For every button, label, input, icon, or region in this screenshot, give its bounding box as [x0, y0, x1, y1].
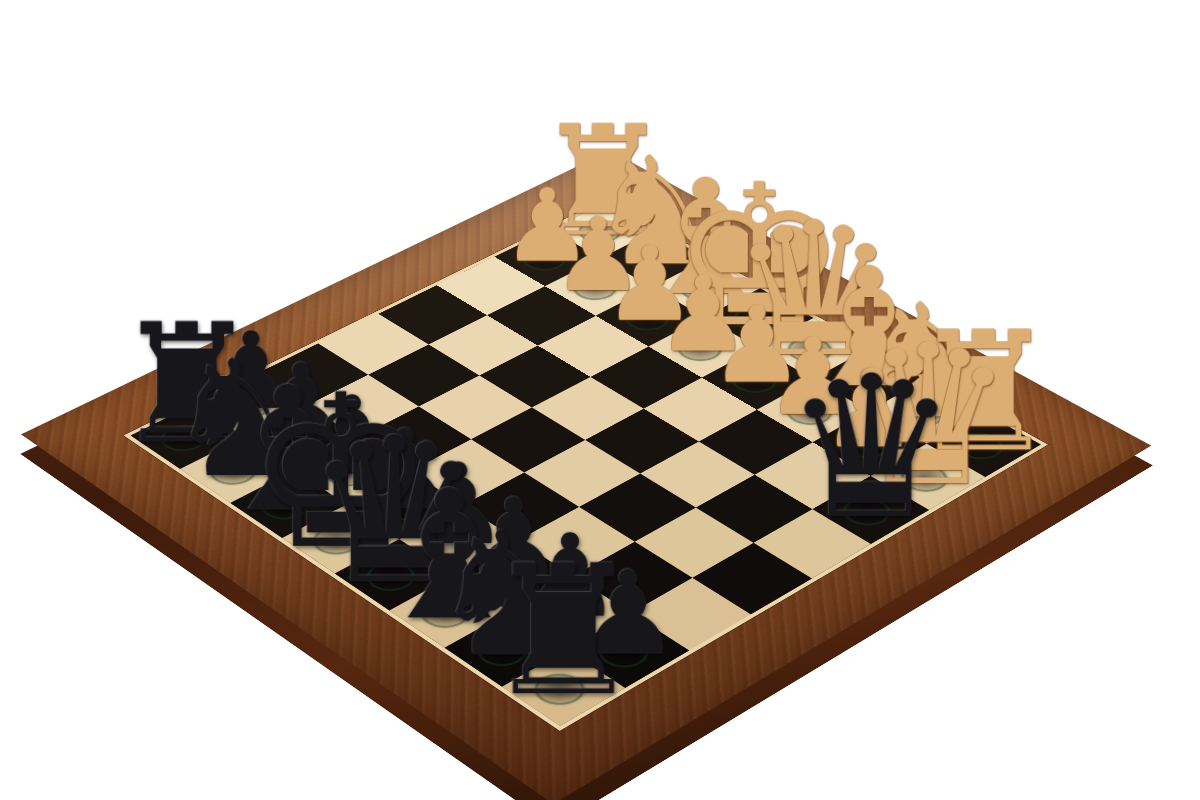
piece-black-rook-a8[interactable]: ♜	[483, 542, 644, 721]
playing-field: ♜♞♝♚♛♝♞♜♟♟♟♟♟♟♟♛♛♟♟♟♟♟♟♟♟♜♞♝♚♛♝♞♜	[124, 199, 1048, 731]
chess-board: ♜♞♝♚♛♝♞♜♟♟♟♟♟♟♟♛♛♟♟♟♟♟♟♟♟♜♞♝♚♛♝♞♜	[21, 150, 1152, 800]
photo-scene: ♜♞♝♚♛♝♞♜♟♟♟♟♟♟♟♛♛♟♟♟♟♟♟♟♟♜♞♝♚♛♝♞♜	[0, 0, 1200, 800]
